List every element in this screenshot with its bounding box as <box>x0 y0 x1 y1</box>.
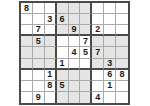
sudoku-cell-r9c5[interactable] <box>69 92 81 103</box>
sudoku-cell-r1c4[interactable] <box>57 3 69 14</box>
sudoku-cell-r9c8[interactable] <box>104 92 116 103</box>
sudoku-cell-r9c7[interactable]: 4 <box>92 92 104 103</box>
sudoku-cell-r4c6[interactable]: 7 <box>80 36 92 47</box>
sudoku-cell-r2c1[interactable] <box>21 14 33 25</box>
sudoku-cell-r8c1[interactable] <box>21 81 33 92</box>
sudoku-cell-r4c3[interactable] <box>45 36 57 47</box>
sudoku-cell-r7c5[interactable] <box>69 70 81 81</box>
sudoku-cell-r5c4[interactable] <box>57 47 69 58</box>
sudoku-cell-r8c8[interactable]: 1 <box>104 81 116 92</box>
sudoku-cell-r7c3[interactable]: 1 <box>45 70 57 81</box>
sudoku-cell-r9c4[interactable] <box>57 92 69 103</box>
sudoku-cell-r8c4[interactable]: 5 <box>57 81 69 92</box>
sudoku-cell-r4c7[interactable] <box>92 36 104 47</box>
sudoku-cell-r7c4[interactable] <box>57 70 69 81</box>
sudoku-cell-r9c6[interactable] <box>80 92 92 103</box>
sudoku-cell-r8c2[interactable] <box>33 81 45 92</box>
sudoku-cell-r4c5[interactable] <box>69 36 81 47</box>
sudoku-grid: 836792574571316885194 <box>19 1 130 105</box>
sudoku-cell-r7c8[interactable]: 6 <box>104 70 116 81</box>
sudoku-cell-r8c3[interactable]: 8 <box>45 81 57 92</box>
sudoku-cell-r4c8[interactable] <box>104 36 116 47</box>
sudoku-cell-r1c8[interactable] <box>104 3 116 14</box>
sudoku-cell-r6c1[interactable] <box>21 59 33 70</box>
sudoku-cell-r2c6[interactable] <box>80 14 92 25</box>
sudoku-cell-r7c2[interactable] <box>33 70 45 81</box>
sudoku-cell-r2c8[interactable] <box>104 14 116 25</box>
sudoku-cell-r2c4[interactable]: 6 <box>57 14 69 25</box>
sudoku-cell-r2c3[interactable]: 3 <box>45 14 57 25</box>
sudoku-cell-r7c7[interactable] <box>92 70 104 81</box>
sudoku-cell-r8c9[interactable] <box>116 81 128 92</box>
sudoku-cell-r6c8[interactable]: 3 <box>104 59 116 70</box>
sudoku-cell-r3c3[interactable] <box>45 25 57 36</box>
sudoku-cell-r9c3[interactable] <box>45 92 57 103</box>
sudoku-cell-r6c5[interactable] <box>69 59 81 70</box>
sudoku-cell-r3c6[interactable] <box>80 25 92 36</box>
sudoku-cell-r7c9[interactable]: 8 <box>116 70 128 81</box>
sudoku-cell-r5c6[interactable]: 5 <box>80 47 92 58</box>
sudoku-cell-r3c9[interactable] <box>116 25 128 36</box>
sudoku-cell-r9c9[interactable] <box>116 92 128 103</box>
sudoku-cell-r5c3[interactable] <box>45 47 57 58</box>
sudoku-cell-r9c2[interactable]: 9 <box>33 92 45 103</box>
sudoku-cell-r4c1[interactable] <box>21 36 33 47</box>
sudoku-cell-r5c1[interactable] <box>21 47 33 58</box>
sudoku-cell-r2c9[interactable] <box>116 14 128 25</box>
sudoku-cell-r3c7[interactable]: 2 <box>92 25 104 36</box>
sudoku-cell-r1c1[interactable]: 8 <box>21 3 33 14</box>
sudoku-cell-r6c3[interactable] <box>45 59 57 70</box>
sudoku-cell-r1c9[interactable] <box>116 3 128 14</box>
sudoku-cell-r1c6[interactable] <box>80 3 92 14</box>
sudoku-cell-r6c2[interactable] <box>33 59 45 70</box>
sudoku-cell-r5c7[interactable]: 7 <box>92 47 104 58</box>
sudoku-cell-r1c7[interactable] <box>92 3 104 14</box>
sudoku-cell-r8c6[interactable] <box>80 81 92 92</box>
sudoku-cell-r1c5[interactable] <box>69 3 81 14</box>
sudoku-cell-r6c7[interactable] <box>92 59 104 70</box>
sudoku-cell-r6c4[interactable]: 1 <box>57 59 69 70</box>
sudoku-page: 836792574571316885194 <box>0 0 150 106</box>
sudoku-cell-r9c1[interactable] <box>21 92 33 103</box>
sudoku-cell-r7c6[interactable] <box>80 70 92 81</box>
sudoku-cell-r1c3[interactable] <box>45 3 57 14</box>
sudoku-cell-r1c2[interactable] <box>33 3 45 14</box>
sudoku-cell-r3c8[interactable] <box>104 25 116 36</box>
sudoku-cell-r4c4[interactable] <box>57 36 69 47</box>
sudoku-cell-r5c8[interactable] <box>104 47 116 58</box>
sudoku-cell-r3c1[interactable] <box>21 25 33 36</box>
sudoku-cell-r3c2[interactable]: 7 <box>33 25 45 36</box>
sudoku-cell-r3c4[interactable] <box>57 25 69 36</box>
sudoku-cell-r4c9[interactable] <box>116 36 128 47</box>
sudoku-cell-r8c5[interactable] <box>69 81 81 92</box>
sudoku-cell-r5c5[interactable]: 4 <box>69 47 81 58</box>
sudoku-cell-r6c6[interactable] <box>80 59 92 70</box>
sudoku-cell-r8c7[interactable] <box>92 81 104 92</box>
sudoku-cell-r6c9[interactable] <box>116 59 128 70</box>
sudoku-cell-r5c2[interactable] <box>33 47 45 58</box>
sudoku-cell-r3c5[interactable]: 9 <box>69 25 81 36</box>
sudoku-cell-r5c9[interactable] <box>116 47 128 58</box>
sudoku-cell-r7c1[interactable] <box>21 70 33 81</box>
sudoku-cell-r4c2[interactable]: 5 <box>33 36 45 47</box>
